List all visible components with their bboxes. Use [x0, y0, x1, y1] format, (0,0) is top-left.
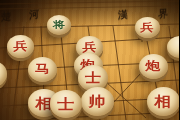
- piece-character: 帅: [89, 94, 106, 108]
- piece-character: 相: [155, 94, 172, 108]
- piece-character: 将: [53, 20, 65, 30]
- piece-character: 炮: [146, 60, 161, 72]
- piece-red-general[interactable]: 帅: [81, 87, 114, 116]
- piece-character: 士: [58, 97, 75, 111]
- piece-character: 兵: [82, 41, 96, 52]
- piece-character: 相: [0, 67, 1, 80]
- piece-red-elephant-2[interactable]: 相: [147, 87, 180, 116]
- river-character: 楚: [1, 11, 11, 22]
- piece-character: 马: [35, 63, 50, 75]
- xiangqi-board-photo: 楚河漢界 将兵兵兵炮炮马相士帅相相士: [0, 0, 179, 120]
- piece-character: 士: [85, 71, 101, 84]
- piece-red-cannon-2[interactable]: 炮: [139, 54, 168, 79]
- river-character: 河: [29, 9, 39, 20]
- piece-red-horse[interactable]: 马: [28, 57, 57, 82]
- river-character: 漢: [118, 9, 128, 20]
- piece-black-general[interactable]: 将: [47, 15, 71, 35]
- piece-red-soldier-2[interactable]: 兵: [135, 17, 160, 38]
- river-character: 界: [158, 8, 168, 19]
- piece-character: 兵: [13, 40, 27, 51]
- piece-red-soldier-1[interactable]: 兵: [7, 35, 34, 58]
- piece-red-advisor-2[interactable]: 士: [50, 90, 82, 118]
- piece-character: 兵: [141, 22, 154, 33]
